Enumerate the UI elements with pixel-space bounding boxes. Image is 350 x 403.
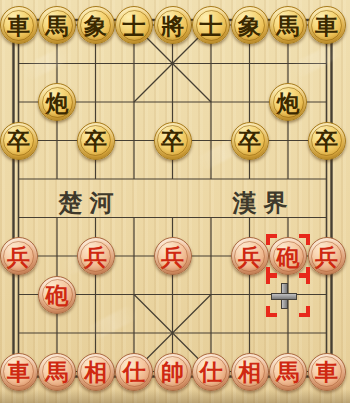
piece-glyph: 炮 [277, 91, 300, 114]
piece-black-chariot[interactable]: 車 [308, 6, 346, 44]
piece-red-advisor[interactable]: 仕 [115, 353, 153, 391]
piece-red-chariot[interactable]: 車 [0, 353, 38, 391]
piece-glyph: 仕 [123, 360, 146, 383]
piece-black-cannon[interactable]: 炮 [38, 83, 76, 121]
piece-glyph: 車 [315, 360, 338, 383]
piece-glyph: 兵 [7, 245, 30, 268]
piece-glyph: 馬 [277, 14, 300, 37]
piece-red-cannon[interactable]: 砲 [38, 276, 76, 314]
piece-red-soldier[interactable]: 兵 [308, 237, 346, 275]
river-label-han-jie: 漢界 [226, 187, 295, 219]
piece-red-soldier[interactable]: 兵 [231, 237, 269, 275]
piece-black-elephant[interactable]: 象 [77, 6, 115, 44]
piece-black-soldier[interactable]: 卒 [77, 122, 115, 160]
piece-black-soldier[interactable]: 卒 [231, 122, 269, 160]
piece-black-advisor[interactable]: 士 [115, 6, 153, 44]
piece-black-horse[interactable]: 馬 [38, 6, 76, 44]
piece-black-general[interactable]: 將 [154, 6, 192, 44]
piece-glyph: 馬 [277, 360, 300, 383]
piece-red-soldier[interactable]: 兵 [0, 237, 38, 275]
piece-black-advisor[interactable]: 士 [192, 6, 230, 44]
river-label-chu-he: 楚河 [52, 187, 121, 219]
piece-black-cannon[interactable]: 炮 [269, 83, 307, 121]
piece-black-soldier[interactable]: 卒 [308, 122, 346, 160]
piece-glyph: 象 [238, 14, 261, 37]
piece-red-general[interactable]: 帥 [154, 353, 192, 391]
piece-glyph: 士 [200, 14, 223, 37]
piece-glyph: 士 [123, 14, 146, 37]
piece-glyph: 車 [315, 14, 338, 37]
piece-glyph: 炮 [46, 91, 69, 114]
piece-red-chariot[interactable]: 車 [308, 353, 346, 391]
piece-glyph: 卒 [315, 129, 338, 152]
piece-red-soldier[interactable]: 兵 [154, 237, 192, 275]
piece-glyph: 卒 [84, 129, 107, 152]
piece-glyph: 象 [84, 14, 107, 37]
piece-glyph: 兵 [84, 245, 107, 268]
xiangqi-board: 楚河 漢界 車馬象士將士象馬車炮炮卒卒卒卒卒兵兵兵兵砲兵砲車馬相仕帥仕相馬車 [0, 0, 350, 403]
piece-glyph: 馬 [46, 14, 69, 37]
piece-glyph: 相 [238, 360, 261, 383]
piece-glyph: 卒 [238, 129, 261, 152]
piece-red-soldier[interactable]: 兵 [77, 237, 115, 275]
piece-glyph: 相 [84, 360, 107, 383]
piece-glyph: 車 [7, 14, 30, 37]
piece-glyph: 將 [161, 14, 184, 37]
piece-glyph: 車 [7, 360, 30, 383]
piece-black-elephant[interactable]: 象 [231, 6, 269, 44]
piece-red-horse[interactable]: 馬 [269, 353, 307, 391]
piece-black-soldier[interactable]: 卒 [0, 122, 38, 160]
piece-red-elephant[interactable]: 相 [231, 353, 269, 391]
piece-red-cannon[interactable]: 砲 [269, 237, 307, 275]
piece-red-elephant[interactable]: 相 [77, 353, 115, 391]
piece-glyph: 兵 [238, 245, 261, 268]
piece-glyph: 馬 [46, 360, 69, 383]
piece-black-chariot[interactable]: 車 [0, 6, 38, 44]
piece-red-advisor[interactable]: 仕 [192, 353, 230, 391]
piece-glyph: 帥 [161, 360, 184, 383]
piece-glyph: 卒 [161, 129, 184, 152]
piece-red-horse[interactable]: 馬 [38, 353, 76, 391]
piece-glyph: 砲 [46, 283, 69, 306]
piece-glyph: 兵 [315, 245, 338, 268]
piece-black-soldier[interactable]: 卒 [154, 122, 192, 160]
piece-glyph: 卒 [7, 129, 30, 152]
piece-glyph: 砲 [277, 245, 300, 268]
piece-glyph: 仕 [200, 360, 223, 383]
piece-glyph: 兵 [161, 245, 184, 268]
piece-black-horse[interactable]: 馬 [269, 6, 307, 44]
